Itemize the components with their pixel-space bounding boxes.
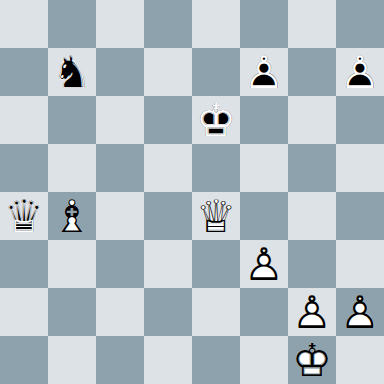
square-e3[interactable]: [192, 240, 240, 288]
square-c2[interactable]: [96, 288, 144, 336]
square-e5[interactable]: [192, 144, 240, 192]
square-e1[interactable]: [192, 336, 240, 384]
square-b1[interactable]: [48, 336, 96, 384]
square-d4[interactable]: [144, 192, 192, 240]
black-king-outline-glyph: ♔: [192, 96, 240, 144]
square-f7[interactable]: ♟♙: [240, 48, 288, 96]
white-pawn-outline-glyph: ♙: [240, 240, 288, 288]
black-pawn-piece[interactable]: ♟♙: [336, 48, 384, 96]
square-e7[interactable]: [192, 48, 240, 96]
square-f2[interactable]: [240, 288, 288, 336]
chess-board: ♞♘♟♙♟♙♚♔♛♕♝♗♛♕♟♙♟♙♟♙♚♔: [0, 0, 384, 384]
square-h3[interactable]: [336, 240, 384, 288]
square-g2[interactable]: ♟♙: [288, 288, 336, 336]
square-a4[interactable]: ♛♕: [0, 192, 48, 240]
square-g4[interactable]: [288, 192, 336, 240]
white-queen-outline-glyph: ♕: [192, 192, 240, 240]
white-pawn-outline-glyph: ♙: [336, 288, 384, 336]
square-d7[interactable]: [144, 48, 192, 96]
square-b5[interactable]: [48, 144, 96, 192]
square-c5[interactable]: [96, 144, 144, 192]
square-e6[interactable]: ♚♔: [192, 96, 240, 144]
white-king-piece[interactable]: ♚♔: [288, 336, 336, 384]
white-queen-piece[interactable]: ♛♕: [192, 192, 240, 240]
square-h4[interactable]: [336, 192, 384, 240]
square-e8[interactable]: [192, 0, 240, 48]
square-d1[interactable]: [144, 336, 192, 384]
square-g1[interactable]: ♚♔: [288, 336, 336, 384]
square-g6[interactable]: [288, 96, 336, 144]
white-pawn-piece[interactable]: ♟♙: [240, 240, 288, 288]
square-c6[interactable]: [96, 96, 144, 144]
white-bishop-outline-glyph: ♗: [48, 192, 96, 240]
square-f3[interactable]: ♟♙: [240, 240, 288, 288]
square-a1[interactable]: [0, 336, 48, 384]
square-d3[interactable]: [144, 240, 192, 288]
square-f4[interactable]: [240, 192, 288, 240]
square-h1[interactable]: [336, 336, 384, 384]
square-f5[interactable]: [240, 144, 288, 192]
square-a6[interactable]: [0, 96, 48, 144]
square-f8[interactable]: [240, 0, 288, 48]
square-d8[interactable]: [144, 0, 192, 48]
square-c1[interactable]: [96, 336, 144, 384]
square-g3[interactable]: [288, 240, 336, 288]
black-king-piece[interactable]: ♚♔: [192, 96, 240, 144]
square-g5[interactable]: [288, 144, 336, 192]
square-b4[interactable]: ♝♗: [48, 192, 96, 240]
square-b7[interactable]: ♞♘: [48, 48, 96, 96]
white-bishop-piece[interactable]: ♝♗: [48, 192, 96, 240]
black-pawn-outline-glyph: ♙: [240, 48, 288, 96]
square-b8[interactable]: [48, 0, 96, 48]
square-d5[interactable]: [144, 144, 192, 192]
square-c8[interactable]: [96, 0, 144, 48]
black-queen-outline-glyph: ♕: [0, 192, 48, 240]
white-pawn-outline-glyph: ♙: [288, 288, 336, 336]
square-g7[interactable]: [288, 48, 336, 96]
square-g8[interactable]: [288, 0, 336, 48]
white-pawn-piece[interactable]: ♟♙: [288, 288, 336, 336]
square-h2[interactable]: ♟♙: [336, 288, 384, 336]
square-b3[interactable]: [48, 240, 96, 288]
square-a2[interactable]: [0, 288, 48, 336]
black-knight-piece[interactable]: ♞♘: [48, 48, 96, 96]
square-h6[interactable]: [336, 96, 384, 144]
square-a7[interactable]: [0, 48, 48, 96]
square-e4[interactable]: ♛♕: [192, 192, 240, 240]
square-h7[interactable]: ♟♙: [336, 48, 384, 96]
white-king-outline-glyph: ♔: [288, 336, 336, 384]
square-d6[interactable]: [144, 96, 192, 144]
black-queen-piece[interactable]: ♛♕: [0, 192, 48, 240]
black-pawn-piece[interactable]: ♟♙: [240, 48, 288, 96]
square-h8[interactable]: [336, 0, 384, 48]
square-c3[interactable]: [96, 240, 144, 288]
square-b6[interactable]: [48, 96, 96, 144]
square-h5[interactable]: [336, 144, 384, 192]
square-b2[interactable]: [48, 288, 96, 336]
black-pawn-outline-glyph: ♙: [336, 48, 384, 96]
square-a8[interactable]: [0, 0, 48, 48]
square-f6[interactable]: [240, 96, 288, 144]
square-c4[interactable]: [96, 192, 144, 240]
square-f1[interactable]: [240, 336, 288, 384]
square-a5[interactable]: [0, 144, 48, 192]
square-e2[interactable]: [192, 288, 240, 336]
black-knight-outline-glyph: ♘: [48, 48, 96, 96]
square-d2[interactable]: [144, 288, 192, 336]
white-pawn-piece[interactable]: ♟♙: [336, 288, 384, 336]
square-a3[interactable]: [0, 240, 48, 288]
square-c7[interactable]: [96, 48, 144, 96]
